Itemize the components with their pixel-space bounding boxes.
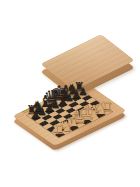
product-photo-chess-set: ♜♞♝♛♚♝♞♜♟♟♟♟♟♟♟♟♟♟♟♟♟♟♟♟♜♞♝♛♚♝♞♜ <box>0 0 140 187</box>
board-grid <box>26 89 113 138</box>
